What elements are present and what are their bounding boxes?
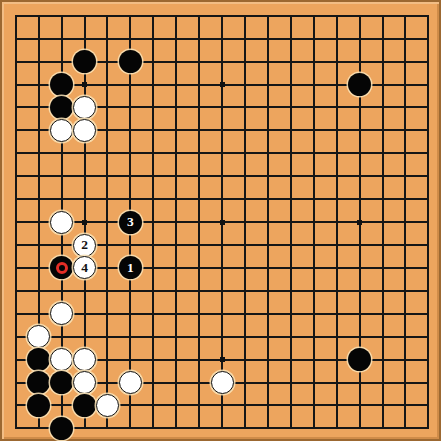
grid-line-horizontal — [15, 336, 430, 338]
move-number-label: 4 — [81, 261, 88, 275]
grid-line-vertical — [404, 15, 406, 430]
black-stone — [50, 256, 73, 279]
black-stone — [348, 348, 371, 371]
black-stone — [27, 348, 50, 371]
grid-line-horizontal — [15, 313, 430, 315]
hoshi-dot — [82, 220, 87, 225]
circle-marker — [56, 262, 68, 274]
hoshi-dot — [220, 220, 225, 225]
white-stone — [50, 302, 73, 325]
black-stone — [73, 394, 96, 417]
grid-line-vertical — [427, 15, 429, 430]
grid-line-vertical — [336, 15, 338, 430]
black-stone — [73, 50, 96, 73]
white-stone — [96, 394, 119, 417]
black-stone — [27, 371, 50, 394]
white-stone — [211, 371, 234, 394]
hoshi-dot — [357, 220, 362, 225]
black-stone — [27, 394, 50, 417]
white-stone — [73, 119, 96, 142]
grid-line-vertical — [244, 15, 246, 430]
black-stone — [119, 50, 142, 73]
grid-line-vertical — [267, 15, 269, 430]
white-stone — [50, 348, 73, 371]
white-stone — [50, 119, 73, 142]
grid-line-vertical — [290, 15, 292, 430]
grid-line-horizontal — [15, 290, 430, 292]
white-stone: 4 — [73, 256, 96, 279]
move-number-label: 1 — [127, 261, 134, 275]
white-stone — [73, 348, 96, 371]
white-stone — [27, 325, 50, 348]
white-stone — [119, 371, 142, 394]
move-number-label: 2 — [81, 238, 88, 252]
white-stone: 2 — [73, 234, 96, 257]
black-stone — [50, 417, 73, 440]
grid-line-vertical — [382, 15, 384, 430]
black-stone — [50, 96, 73, 119]
move-number-label: 3 — [127, 215, 134, 229]
black-stone — [50, 371, 73, 394]
hoshi-dot — [220, 357, 225, 362]
black-stone: 1 — [119, 256, 142, 279]
white-stone — [73, 371, 96, 394]
black-stone — [348, 73, 371, 96]
black-stone: 3 — [119, 211, 142, 234]
white-stone — [73, 96, 96, 119]
grid-line-vertical — [313, 15, 315, 430]
hoshi-dot — [82, 82, 87, 87]
hoshi-dot — [220, 82, 225, 87]
black-stone — [50, 73, 73, 96]
white-stone — [50, 211, 73, 234]
grid-line-horizontal — [15, 427, 430, 429]
go-board: 3241 — [0, 0, 441, 441]
